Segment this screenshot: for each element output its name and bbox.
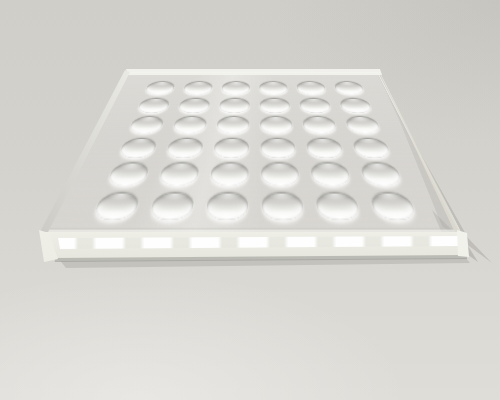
board-cell-r4c2	[158, 136, 210, 160]
hole-ellipse	[117, 138, 159, 158]
hole-ellipse	[306, 138, 345, 158]
board-cell-r3c3	[210, 115, 255, 136]
board-cell-r5c3	[202, 160, 255, 189]
board-cell-r2c2	[171, 96, 215, 114]
acrylic-board	[42, 72, 461, 233]
hole-ellipse	[299, 98, 332, 113]
hole-ellipse	[144, 82, 177, 95]
hole-ellipse	[213, 138, 249, 158]
hole-ellipse	[261, 138, 297, 158]
board-cell-r3c2	[165, 115, 213, 136]
hole-ellipse	[333, 82, 366, 95]
board-cell-r6c3	[197, 189, 255, 223]
board-cell-r2c1	[130, 96, 177, 114]
photo-stage	[0, 0, 500, 400]
hole-ellipse	[172, 117, 208, 134]
hole-ellipse	[205, 192, 248, 219]
board-cell-r2c6	[332, 96, 379, 114]
hole-ellipse	[219, 98, 250, 113]
board-cell-r4c4	[255, 136, 303, 160]
hole-ellipse	[105, 163, 151, 186]
board-cell-r1c3	[216, 80, 255, 96]
hole-ellipse	[302, 117, 338, 134]
hole-ellipse	[338, 98, 373, 113]
board-cell-r1c2	[177, 80, 218, 96]
board-cell-r5c2	[150, 160, 207, 189]
hole-ellipse	[259, 82, 288, 95]
hole-ellipse	[91, 192, 142, 219]
board-cell-r5c1	[97, 160, 158, 189]
board-cell-r2c3	[213, 96, 255, 114]
board-cell-r1c5	[291, 80, 332, 96]
board-cell-r6c6	[360, 189, 428, 223]
hole-ellipse	[221, 82, 250, 95]
board-cell-r6c1	[82, 189, 150, 223]
hole-ellipse	[182, 82, 213, 95]
board-cell-r5c4	[255, 160, 308, 189]
hole-ellipse	[344, 117, 382, 134]
board-top-face	[42, 72, 461, 233]
hole-ellipse	[315, 192, 362, 219]
hole-ellipse	[165, 138, 204, 158]
hole-ellipse	[210, 163, 249, 186]
board-cell-r4c6	[344, 136, 400, 160]
hole-ellipse	[260, 98, 291, 113]
hole-ellipse	[177, 98, 210, 113]
board-cell-r6c4	[255, 189, 313, 223]
board-cell-r2c4	[255, 96, 297, 114]
hole-ellipse	[157, 163, 199, 186]
hole-ellipse	[296, 82, 327, 95]
hole-ellipse	[351, 138, 393, 158]
board-cell-r3c4	[255, 115, 300, 136]
board-cell-r1c6	[328, 80, 372, 96]
board-cell-r5c6	[351, 160, 412, 189]
hole-ellipse	[136, 98, 171, 113]
hole-ellipse	[148, 192, 195, 219]
board-cell-r4c5	[299, 136, 351, 160]
hole-ellipse	[310, 163, 352, 186]
board-cell-r5c5	[303, 160, 360, 189]
board-cell-r4c3	[206, 136, 254, 160]
board-cell-r3c6	[338, 115, 389, 136]
board-cell-r2c5	[294, 96, 338, 114]
board-cell-r1c4	[255, 80, 294, 96]
hole-ellipse	[260, 117, 293, 134]
hole-ellipse	[262, 192, 305, 219]
hole-ellipse	[368, 192, 419, 219]
hole-ellipse	[359, 163, 405, 186]
board-cell-r6c2	[140, 189, 203, 223]
board-cell-r4c1	[110, 136, 165, 160]
board-cell-r3c1	[121, 115, 172, 136]
holes-grid	[82, 80, 427, 223]
board-cell-r3c5	[296, 115, 344, 136]
hole-ellipse	[216, 117, 249, 134]
hole-ellipse	[127, 117, 165, 134]
board-cell-r1c1	[138, 80, 182, 96]
hole-ellipse	[261, 163, 300, 186]
